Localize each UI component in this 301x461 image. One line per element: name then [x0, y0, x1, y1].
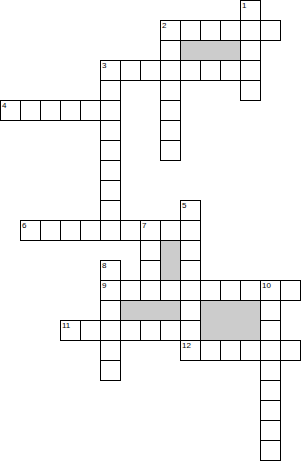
- crossword-cell[interactable]: 7: [140, 220, 161, 241]
- crossword-cell[interactable]: [180, 300, 201, 321]
- crossword-cell[interactable]: [240, 40, 261, 61]
- crossword-cell[interactable]: [40, 220, 61, 241]
- crossword-cell[interactable]: [120, 280, 141, 301]
- crossword-cell[interactable]: 9: [100, 280, 121, 301]
- crossword-cell[interactable]: [180, 60, 201, 81]
- crossword-cell[interactable]: [120, 220, 141, 241]
- crossword-cell[interactable]: [240, 20, 261, 41]
- crossword-cell[interactable]: [260, 20, 281, 41]
- crossword-cell[interactable]: [260, 340, 281, 361]
- crossword-cell[interactable]: [60, 100, 81, 121]
- crossword-cell[interactable]: [100, 300, 121, 321]
- clue-number: 8: [102, 261, 106, 270]
- crossword-cell[interactable]: [140, 60, 161, 81]
- crossword-cell[interactable]: [240, 80, 261, 101]
- clue-number: 9: [102, 281, 106, 290]
- crossword-cell[interactable]: [180, 260, 201, 281]
- crossword-cell[interactable]: [280, 280, 301, 301]
- crossword-cell[interactable]: [140, 260, 161, 281]
- crossword-cell[interactable]: [140, 280, 161, 301]
- crossword-cell[interactable]: [100, 80, 121, 101]
- crossword-page: { "game": "crossword", "description": "E…: [0, 0, 301, 461]
- crossword-cell[interactable]: [100, 140, 121, 161]
- crossword-cell[interactable]: [260, 360, 281, 381]
- blocked-cells: [160, 240, 181, 281]
- crossword-cell[interactable]: [160, 140, 181, 161]
- clue-number: 5: [182, 201, 186, 210]
- clue-number: 6: [22, 221, 26, 230]
- crossword-cell[interactable]: [260, 420, 281, 441]
- crossword-cell[interactable]: [200, 20, 221, 41]
- crossword-cell[interactable]: [220, 60, 241, 81]
- crossword-cell[interactable]: [160, 100, 181, 121]
- clue-number: 2: [162, 21, 166, 30]
- crossword-cell[interactable]: [200, 280, 221, 301]
- crossword-cell[interactable]: [100, 220, 121, 241]
- crossword-cell[interactable]: [160, 60, 181, 81]
- crossword-cell[interactable]: [120, 60, 141, 81]
- blocked-cells: [120, 300, 181, 321]
- crossword-cell[interactable]: [240, 280, 261, 301]
- crossword-cell[interactable]: [160, 320, 181, 341]
- crossword-cell[interactable]: [260, 380, 281, 401]
- crossword-cell[interactable]: [260, 320, 281, 341]
- crossword-cell[interactable]: [260, 300, 281, 321]
- crossword-cell[interactable]: 12: [180, 340, 201, 361]
- crossword-cell[interactable]: [80, 320, 101, 341]
- crossword-cell[interactable]: [160, 220, 181, 241]
- crossword-cell[interactable]: [100, 320, 121, 341]
- crossword-cell[interactable]: [160, 120, 181, 141]
- crossword-cell[interactable]: [80, 100, 101, 121]
- crossword-cell[interactable]: [80, 220, 101, 241]
- crossword-cell[interactable]: [200, 60, 221, 81]
- crossword-cell[interactable]: [100, 340, 121, 361]
- clue-number: 11: [62, 321, 70, 330]
- crossword-cell[interactable]: [100, 160, 121, 181]
- crossword-cell[interactable]: [180, 320, 201, 341]
- crossword-cell[interactable]: 5: [180, 200, 201, 221]
- clue-number: 4: [2, 101, 6, 110]
- crossword-cell[interactable]: [220, 20, 241, 41]
- crossword-cell[interactable]: [200, 340, 221, 361]
- crossword-cell[interactable]: 3: [100, 60, 121, 81]
- crossword-cell[interactable]: 6: [20, 220, 41, 241]
- clue-number: 7: [142, 221, 146, 230]
- crossword-cell[interactable]: [140, 240, 161, 261]
- crossword-cell[interactable]: [180, 240, 201, 261]
- crossword-cell[interactable]: [20, 100, 41, 121]
- clue-number: 1: [242, 1, 246, 10]
- crossword-cell[interactable]: [280, 340, 301, 361]
- crossword-cell[interactable]: [260, 440, 281, 461]
- clue-number: 3: [102, 61, 106, 70]
- crossword-cell[interactable]: 11: [60, 320, 81, 341]
- blocked-cells: [180, 40, 241, 61]
- crossword-cell[interactable]: [140, 320, 161, 341]
- crossword-cell[interactable]: 2: [160, 20, 181, 41]
- crossword-cell[interactable]: [100, 100, 121, 121]
- blocked-cells: [200, 300, 261, 341]
- crossword-cell[interactable]: [180, 280, 201, 301]
- crossword-cell[interactable]: [100, 180, 121, 201]
- crossword-cell[interactable]: [220, 280, 241, 301]
- crossword-cell[interactable]: 1: [240, 0, 261, 21]
- crossword-grid: 123456789101112: [0, 0, 301, 461]
- crossword-cell[interactable]: 10: [260, 280, 281, 301]
- crossword-cell[interactable]: 4: [0, 100, 21, 121]
- crossword-cell[interactable]: 8: [100, 260, 121, 281]
- crossword-cell[interactable]: [160, 280, 181, 301]
- crossword-cell[interactable]: [160, 80, 181, 101]
- clue-number: 12: [182, 341, 191, 350]
- crossword-cell[interactable]: [180, 20, 201, 41]
- crossword-cell[interactable]: [40, 100, 61, 121]
- crossword-cell[interactable]: [220, 340, 241, 361]
- crossword-cell[interactable]: [120, 320, 141, 341]
- crossword-cell[interactable]: [100, 120, 121, 141]
- clue-number: 10: [262, 281, 271, 290]
- crossword-cell[interactable]: [260, 400, 281, 421]
- crossword-cell[interactable]: [100, 360, 121, 381]
- crossword-cell[interactable]: [100, 200, 121, 221]
- crossword-cell[interactable]: [60, 220, 81, 241]
- crossword-cell[interactable]: [240, 340, 261, 361]
- crossword-cell[interactable]: [160, 40, 181, 61]
- crossword-cell[interactable]: [240, 60, 261, 81]
- crossword-cell[interactable]: [180, 220, 201, 241]
